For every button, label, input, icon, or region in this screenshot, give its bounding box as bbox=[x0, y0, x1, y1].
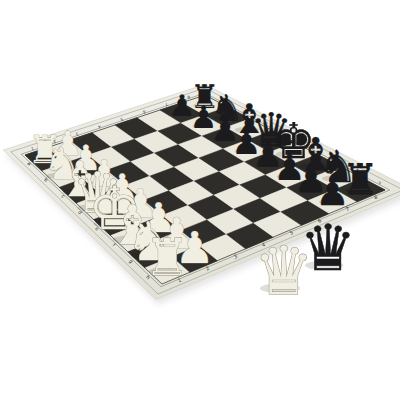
extra-white-queen: ♛ bbox=[254, 232, 314, 310]
piece-black-pawn-h7: ♟ bbox=[315, 170, 349, 214]
chess-set-photo: aabbccddeeffgghh1122334455667788♜♟♞♟♝♟♛♟… bbox=[0, 0, 400, 400]
piece-white-rook-h1: ♜ bbox=[144, 228, 190, 287]
product-photo-canvas: aabbccddeeffgghh1122334455667788♜♟♞♟♝♟♛♟… bbox=[0, 0, 400, 400]
